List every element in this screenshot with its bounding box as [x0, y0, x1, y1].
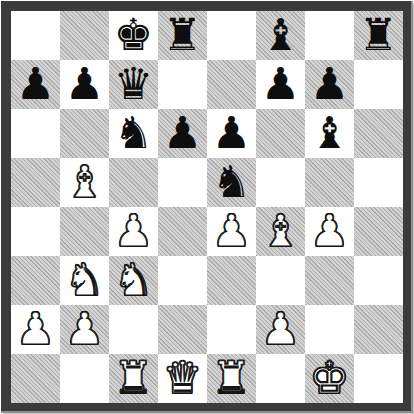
- square-b4[interactable]: [60, 207, 109, 256]
- square-f6[interactable]: [256, 109, 305, 158]
- square-g3[interactable]: [305, 256, 354, 305]
- piece-black-rook: ♜: [359, 11, 398, 59]
- square-e7[interactable]: [207, 60, 256, 109]
- square-e6[interactable]: ♟: [207, 109, 256, 158]
- square-d5[interactable]: [158, 158, 207, 207]
- square-g2[interactable]: [305, 305, 354, 354]
- square-a2[interactable]: ♟: [11, 305, 60, 354]
- piece-white-bishop: ♝: [261, 207, 300, 255]
- square-g8[interactable]: [305, 11, 354, 60]
- piece-black-pawn: ♟: [163, 109, 202, 157]
- piece-white-rook: ♜: [212, 354, 251, 402]
- square-h7[interactable]: [354, 60, 403, 109]
- square-g4[interactable]: ♟: [305, 207, 354, 256]
- square-d6[interactable]: ♟: [158, 109, 207, 158]
- square-b8[interactable]: [60, 11, 109, 60]
- square-f2[interactable]: ♟: [256, 305, 305, 354]
- piece-white-pawn: ♟: [16, 305, 55, 353]
- piece-white-king: ♚: [310, 354, 349, 402]
- piece-white-knight: ♞: [65, 256, 104, 304]
- piece-white-rook: ♜: [114, 354, 153, 402]
- square-b7[interactable]: ♟: [60, 60, 109, 109]
- piece-white-pawn: ♟: [212, 207, 251, 255]
- piece-white-pawn: ♟: [65, 305, 104, 353]
- piece-black-king: ♚: [114, 11, 153, 59]
- square-h4[interactable]: [354, 207, 403, 256]
- square-f5[interactable]: [256, 158, 305, 207]
- square-d4[interactable]: [158, 207, 207, 256]
- piece-white-pawn: ♟: [261, 305, 300, 353]
- square-a3[interactable]: [11, 256, 60, 305]
- square-h3[interactable]: [354, 256, 403, 305]
- square-c3[interactable]: ♞: [109, 256, 158, 305]
- square-a8[interactable]: [11, 11, 60, 60]
- square-c8[interactable]: ♚: [109, 11, 158, 60]
- piece-black-queen: ♛: [114, 60, 153, 108]
- piece-black-pawn: ♟: [261, 60, 300, 108]
- square-g7[interactable]: ♟: [305, 60, 354, 109]
- square-c1[interactable]: ♜: [109, 354, 158, 403]
- square-d8[interactable]: ♜: [158, 11, 207, 60]
- square-d3[interactable]: [158, 256, 207, 305]
- piece-black-pawn: ♟: [65, 60, 104, 108]
- chess-diagram-page: ♚♜♝♜♟♟♛♟♟♞♟♟♝♝♞♟♟♝♟♞♞♟♟♟♜♛♜♚: [0, 0, 414, 414]
- square-g6[interactable]: ♝: [305, 109, 354, 158]
- square-e3[interactable]: [207, 256, 256, 305]
- square-b3[interactable]: ♞: [60, 256, 109, 305]
- square-g1[interactable]: ♚: [305, 354, 354, 403]
- square-c4[interactable]: ♟: [109, 207, 158, 256]
- square-g5[interactable]: [305, 158, 354, 207]
- square-e4[interactable]: ♟: [207, 207, 256, 256]
- square-e2[interactable]: [207, 305, 256, 354]
- board-frame: ♚♜♝♜♟♟♛♟♟♞♟♟♝♝♞♟♟♝♟♞♞♟♟♟♜♛♜♚: [1, 1, 413, 413]
- square-a4[interactable]: [11, 207, 60, 256]
- square-e8[interactable]: [207, 11, 256, 60]
- piece-white-bishop: ♝: [65, 158, 104, 206]
- square-e5[interactable]: ♞: [207, 158, 256, 207]
- square-d7[interactable]: [158, 60, 207, 109]
- piece-black-knight: ♞: [212, 158, 251, 206]
- square-c6[interactable]: ♞: [109, 109, 158, 158]
- square-c7[interactable]: ♛: [109, 60, 158, 109]
- piece-black-pawn: ♟: [212, 109, 251, 157]
- square-f3[interactable]: [256, 256, 305, 305]
- piece-black-pawn: ♟: [16, 60, 55, 108]
- square-b5[interactable]: ♝: [60, 158, 109, 207]
- piece-white-queen: ♛: [163, 354, 202, 402]
- square-c5[interactable]: [109, 158, 158, 207]
- piece-black-bishop: ♝: [261, 11, 300, 59]
- square-h2[interactable]: [354, 305, 403, 354]
- square-b1[interactable]: [60, 354, 109, 403]
- square-h8[interactable]: ♜: [354, 11, 403, 60]
- chess-board: ♚♜♝♜♟♟♛♟♟♞♟♟♝♝♞♟♟♝♟♞♞♟♟♟♜♛♜♚: [11, 11, 403, 403]
- piece-white-knight: ♞: [114, 256, 153, 304]
- piece-white-pawn: ♟: [114, 207, 153, 255]
- square-f1[interactable]: [256, 354, 305, 403]
- piece-black-knight: ♞: [114, 109, 153, 157]
- square-h1[interactable]: [354, 354, 403, 403]
- piece-black-pawn: ♟: [310, 60, 349, 108]
- piece-black-bishop: ♝: [310, 109, 349, 157]
- square-a7[interactable]: ♟: [11, 60, 60, 109]
- square-a5[interactable]: [11, 158, 60, 207]
- square-b6[interactable]: [60, 109, 109, 158]
- square-f7[interactable]: ♟: [256, 60, 305, 109]
- square-d1[interactable]: ♛: [158, 354, 207, 403]
- square-a1[interactable]: [11, 354, 60, 403]
- square-h6[interactable]: [354, 109, 403, 158]
- piece-black-rook: ♜: [163, 11, 202, 59]
- square-a6[interactable]: [11, 109, 60, 158]
- square-b2[interactable]: ♟: [60, 305, 109, 354]
- square-d2[interactable]: [158, 305, 207, 354]
- piece-white-pawn: ♟: [310, 207, 349, 255]
- square-f4[interactable]: ♝: [256, 207, 305, 256]
- square-f8[interactable]: ♝: [256, 11, 305, 60]
- square-h5[interactable]: [354, 158, 403, 207]
- square-e1[interactable]: ♜: [207, 354, 256, 403]
- square-c2[interactable]: [109, 305, 158, 354]
